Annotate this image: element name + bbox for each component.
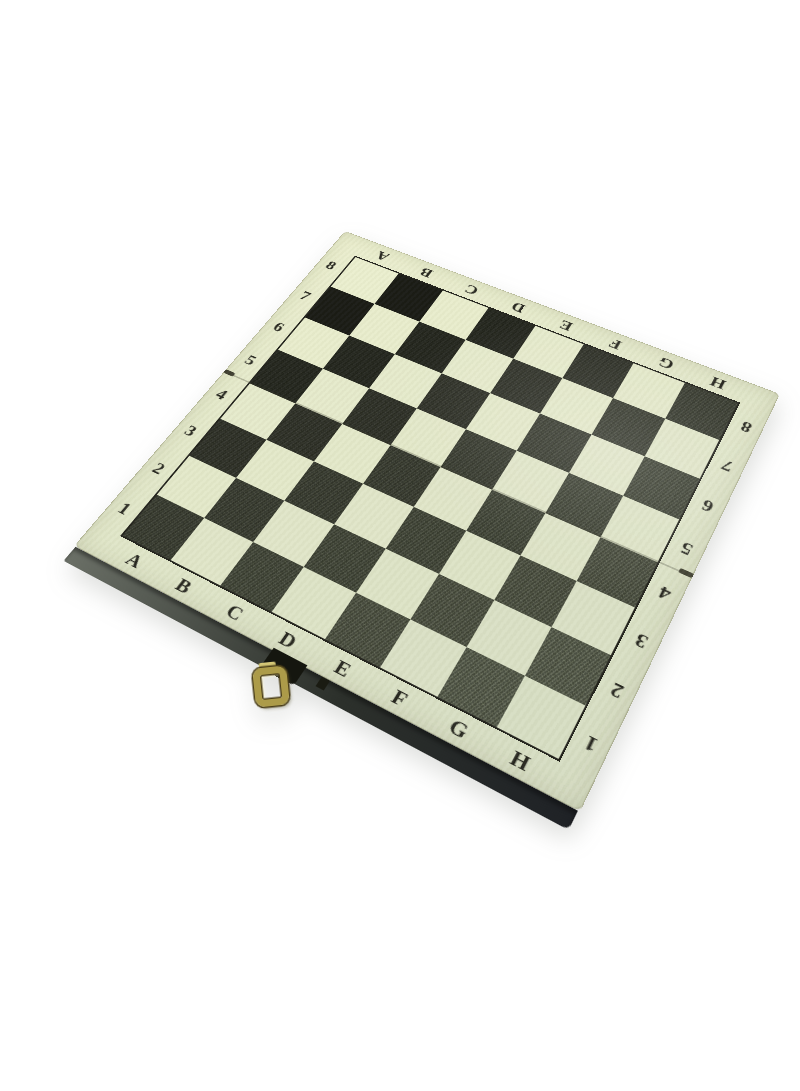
squares-grid bbox=[120, 256, 740, 762]
file-label-top-c: C bbox=[462, 282, 481, 297]
clasp-latch bbox=[252, 665, 290, 707]
file-label-bottom-a: A bbox=[122, 550, 146, 571]
file-label-bottom-f: F bbox=[388, 686, 411, 710]
rank-label-right-5: 5 bbox=[678, 539, 695, 558]
product-photo: ABCDEFGH ABCDEFGH 87654321 87654321 bbox=[0, 0, 800, 1091]
file-label-top-f: F bbox=[607, 336, 624, 351]
rank-label-right-4: 4 bbox=[656, 583, 674, 603]
file-label-top-g: G bbox=[656, 354, 676, 371]
file-label-top-b: B bbox=[418, 265, 436, 279]
rank-label-left-8: 8 bbox=[323, 259, 339, 272]
rank-label-left-3: 3 bbox=[181, 423, 200, 439]
file-label-top-h: H bbox=[708, 374, 728, 391]
rank-label-left-5: 5 bbox=[242, 353, 259, 368]
rank-label-right-6: 6 bbox=[699, 497, 716, 515]
rank-label-right-1: 1 bbox=[581, 731, 601, 755]
rank-label-left-2: 2 bbox=[149, 460, 168, 477]
rank-label-left-6: 6 bbox=[270, 320, 287, 334]
rank-label-right-8: 8 bbox=[738, 419, 754, 435]
rank-label-right-3: 3 bbox=[632, 630, 651, 651]
file-label-bottom-c: C bbox=[222, 601, 246, 624]
rank-label-left-1: 1 bbox=[115, 500, 135, 518]
clasp-ring bbox=[252, 665, 290, 707]
rank-label-left-4: 4 bbox=[212, 387, 230, 402]
file-label-bottom-h: H bbox=[507, 747, 534, 775]
file-label-bottom-g: G bbox=[446, 716, 472, 743]
file-label-bottom-e: E bbox=[331, 657, 355, 681]
file-label-bottom-d: D bbox=[275, 628, 300, 651]
file-label-top-a: A bbox=[374, 249, 393, 263]
rank-label-left-7: 7 bbox=[297, 289, 313, 302]
rank-label-right-7: 7 bbox=[719, 457, 735, 474]
chess-board: ABCDEFGH ABCDEFGH 87654321 87654321 bbox=[74, 231, 780, 812]
file-label-top-e: E bbox=[557, 317, 575, 332]
rank-label-right-2: 2 bbox=[607, 679, 626, 702]
file-label-bottom-b: B bbox=[172, 575, 195, 596]
file-label-top-d: D bbox=[509, 299, 528, 314]
